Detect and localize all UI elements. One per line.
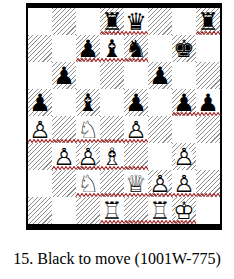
square-e3	[124, 143, 148, 170]
square-h5: ♟	[196, 89, 220, 116]
square-d7: ♝	[100, 35, 124, 62]
black-king-piece: ♚	[172, 35, 196, 62]
red-squiggle-underline	[76, 58, 100, 62]
red-squiggle-underline	[52, 139, 76, 143]
red-squiggle-underline	[76, 166, 100, 170]
square-f8	[148, 8, 172, 35]
red-squiggle-underline	[124, 193, 148, 197]
red-squiggle-underline	[100, 220, 124, 224]
square-d3: ♗	[100, 143, 124, 170]
square-c5: ♝	[76, 89, 100, 116]
red-squiggle-underline	[148, 193, 172, 197]
square-b8	[52, 8, 76, 35]
square-g1: ♔	[172, 197, 196, 224]
square-c6	[76, 62, 100, 89]
square-g7: ♚	[172, 35, 196, 62]
square-g3: ♙	[172, 143, 196, 170]
red-squiggle-underline	[196, 193, 220, 197]
square-g5: ♟	[172, 89, 196, 116]
square-d6	[100, 62, 124, 89]
square-c1	[76, 197, 100, 224]
square-c8	[76, 8, 100, 35]
square-f2: ♙	[148, 170, 172, 197]
black-pawn-piece: ♟	[148, 62, 172, 89]
red-squiggle-underline	[76, 139, 100, 143]
square-g6	[172, 62, 196, 89]
square-a1	[28, 197, 52, 224]
red-squiggle-underline	[100, 58, 124, 62]
red-squiggle-underline	[124, 58, 148, 62]
square-d8: ♜	[100, 8, 124, 35]
red-squiggle-underline	[196, 112, 220, 116]
square-e4: ♙	[124, 116, 148, 143]
square-e1	[124, 197, 148, 224]
red-squiggle-underline	[100, 193, 124, 197]
red-squiggle-underline	[124, 139, 148, 143]
square-f5	[148, 89, 172, 116]
diagram-caption: 15. Black to move (1001W-775)	[0, 250, 234, 268]
square-h2	[196, 170, 220, 197]
red-squiggle-underline	[196, 31, 220, 35]
black-bishop-piece: ♝	[76, 89, 100, 116]
black-pawn-piece: ♟	[124, 89, 148, 116]
white-pawn-piece: ♙	[172, 143, 196, 170]
red-squiggle-underline	[172, 112, 196, 116]
square-f3	[148, 143, 172, 170]
square-f1: ♖	[148, 197, 172, 224]
square-e8: ♛	[124, 8, 148, 35]
chess-board-frame: ♜♛♜♟♝♞♚♟♟♟♝♟♟♟♙♘♙♙♙♗♙♘♕♙♙♖♖♔	[26, 3, 222, 230]
square-g2: ♙	[172, 170, 196, 197]
square-h4	[196, 116, 220, 143]
red-squiggle-underline	[100, 166, 124, 170]
square-d2	[100, 170, 124, 197]
square-a7	[28, 35, 52, 62]
red-squiggle-underline	[100, 31, 124, 35]
square-f7	[148, 35, 172, 62]
square-a6	[28, 62, 52, 89]
square-f4	[148, 116, 172, 143]
square-h1	[196, 197, 220, 224]
square-h7	[196, 35, 220, 62]
red-squiggle-underline	[124, 31, 148, 35]
square-d4	[100, 116, 124, 143]
square-b4	[52, 116, 76, 143]
square-d5	[100, 89, 124, 116]
red-squiggle-underline	[76, 193, 100, 197]
red-squiggle-underline	[148, 220, 172, 224]
page: ♜♛♜♟♝♞♚♟♟♟♝♟♟♟♙♘♙♙♙♗♙♘♕♙♙♖♖♔ 15. Black t…	[0, 0, 234, 279]
square-b2	[52, 170, 76, 197]
square-e2: ♕	[124, 170, 148, 197]
square-a2	[28, 170, 52, 197]
red-squiggle-underline	[172, 193, 196, 197]
square-c4: ♘	[76, 116, 100, 143]
square-b7	[52, 35, 76, 62]
square-a4: ♙	[28, 116, 52, 143]
square-e7: ♞	[124, 35, 148, 62]
black-pawn-piece: ♟	[28, 89, 52, 116]
square-e6	[124, 62, 148, 89]
red-squiggle-underline	[172, 220, 196, 224]
square-g4	[172, 116, 196, 143]
chess-board: ♜♛♜♟♝♞♚♟♟♟♝♟♟♟♙♘♙♙♙♗♙♘♕♙♙♖♖♔	[28, 8, 220, 224]
square-f6: ♟	[148, 62, 172, 89]
square-b3: ♙	[52, 143, 76, 170]
square-b5	[52, 89, 76, 116]
square-g8	[172, 8, 196, 35]
black-pawn-piece: ♟	[52, 62, 76, 89]
square-h6	[196, 62, 220, 89]
square-h8: ♜	[196, 8, 220, 35]
square-d1: ♖	[100, 197, 124, 224]
square-c7: ♟	[76, 35, 100, 62]
red-squiggle-underline	[52, 166, 76, 170]
square-c3: ♙	[76, 143, 100, 170]
square-b6: ♟	[52, 62, 76, 89]
red-squiggle-underline	[28, 139, 52, 143]
square-e5: ♟	[124, 89, 148, 116]
square-a8	[28, 8, 52, 35]
square-b1	[52, 197, 76, 224]
red-squiggle-underline	[124, 220, 148, 224]
square-c2: ♘	[76, 170, 100, 197]
square-h3	[196, 143, 220, 170]
square-a3	[28, 143, 52, 170]
red-squiggle-underline	[100, 139, 124, 143]
square-a5: ♟	[28, 89, 52, 116]
red-squiggle-underline	[124, 166, 148, 170]
